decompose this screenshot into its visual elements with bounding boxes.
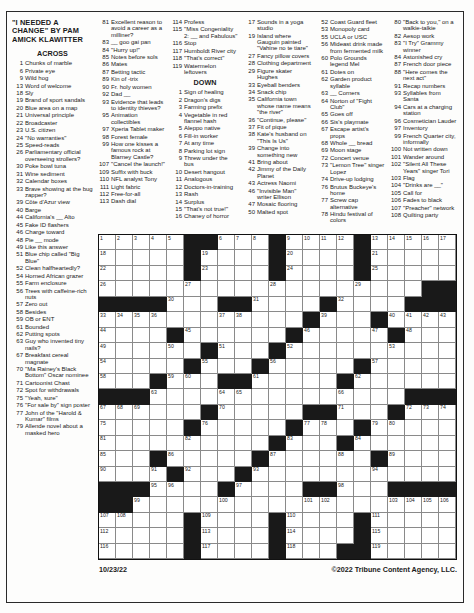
cell-r15c7[interactable] [201, 451, 218, 466]
cell-r13c7[interactable]: 76 [201, 420, 218, 435]
cell-r13c1[interactable]: 75 [99, 420, 116, 435]
cell-r12c21[interactable]: 74 [439, 405, 456, 420]
cell-r19c18[interactable] [388, 513, 405, 528]
cell-r20c9[interactable] [235, 528, 252, 543]
cell-r10c7[interactable] [201, 374, 218, 389]
cell-r8c3[interactable] [133, 343, 150, 358]
cell-r19c4[interactable] [150, 513, 167, 528]
cell-r1c12[interactable]: 9 [286, 235, 303, 250]
cell-r9c15[interactable] [337, 359, 354, 374]
cell-r17c12[interactable] [286, 482, 303, 497]
cell-r11c10[interactable] [252, 389, 269, 404]
cell-r7c8[interactable] [218, 328, 235, 343]
cell-r11c18[interactable] [388, 389, 405, 404]
cell-r17c10[interactable] [252, 482, 269, 497]
cell-r19c1[interactable]: 107 [99, 513, 116, 528]
cell-r8c15[interactable] [337, 343, 354, 358]
cell-r5c17[interactable] [371, 297, 388, 312]
cell-r7c21[interactable] [439, 328, 456, 343]
cell-r7c16[interactable] [354, 328, 371, 343]
cell-r21c17[interactable]: 119 [371, 544, 388, 559]
cell-r19c20[interactable] [422, 513, 439, 528]
cell-r4c15[interactable] [337, 281, 354, 296]
cell-r9c7[interactable]: 55 [201, 359, 218, 374]
cell-r7c6[interactable]: 45 [184, 328, 201, 343]
cell-r10c20[interactable] [422, 374, 439, 389]
cell-r3c18[interactable] [388, 266, 405, 281]
cell-r7c15[interactable] [337, 328, 354, 343]
cell-r16c13[interactable] [303, 467, 320, 482]
cell-r4c10[interactable] [252, 281, 269, 296]
cell-r10c16[interactable]: 62 [354, 374, 371, 389]
cell-r5c5[interactable]: 30 [167, 297, 184, 312]
cell-r10c12[interactable] [286, 374, 303, 389]
cell-r18c17[interactable] [371, 497, 388, 512]
cell-r12c4[interactable] [150, 405, 167, 420]
cell-r13c15[interactable] [337, 420, 354, 435]
cell-r6c10[interactable] [252, 312, 269, 327]
cell-r4c3[interactable] [133, 281, 150, 296]
cell-r8c2[interactable] [116, 343, 133, 358]
cell-r16c2[interactable] [116, 467, 133, 482]
cell-r14c8[interactable] [218, 436, 235, 451]
cell-r6c15[interactable] [337, 312, 354, 327]
cell-r8c8[interactable]: 51 [218, 343, 235, 358]
cell-r2c15[interactable] [337, 250, 354, 265]
cell-r8c21[interactable] [439, 343, 456, 358]
cell-r8c6[interactable] [184, 343, 201, 358]
cell-r20c10[interactable] [252, 528, 269, 543]
cell-r15c1[interactable]: 85 [99, 451, 116, 466]
cell-r20c12[interactable]: 114 [286, 528, 303, 543]
cell-r18c13[interactable]: 101 [303, 497, 320, 512]
cell-r14c5[interactable] [167, 436, 184, 451]
cell-r11c8[interactable]: 64 [218, 389, 235, 404]
cell-r18c8[interactable]: 100 [218, 497, 235, 512]
cell-r8c9[interactable] [235, 343, 252, 358]
cell-r16c15[interactable] [337, 467, 354, 482]
cell-r2c17[interactable]: 21 [371, 250, 388, 265]
cell-r6c5[interactable] [167, 312, 184, 327]
cell-r3c17[interactable]: 25 [371, 266, 388, 281]
cell-r12c17[interactable] [371, 405, 388, 420]
cell-r21c8[interactable] [218, 544, 235, 559]
cell-r7c1[interactable]: 44 [99, 328, 116, 343]
cell-r2c2[interactable] [116, 250, 133, 265]
cell-r13c4[interactable] [150, 420, 167, 435]
cell-r4c2[interactable] [116, 281, 133, 296]
cell-r18c6[interactable] [184, 497, 201, 512]
cell-r10c13[interactable] [303, 374, 320, 389]
cell-r16c18[interactable] [388, 467, 405, 482]
cell-r14c17[interactable] [371, 436, 388, 451]
cell-r14c3[interactable] [133, 436, 150, 451]
cell-r12c1[interactable]: 67 [99, 405, 116, 420]
cell-r19c21[interactable] [439, 513, 456, 528]
cell-r14c1[interactable]: 81 [99, 436, 116, 451]
cell-r9c4[interactable] [150, 359, 167, 374]
cell-r12c16[interactable] [354, 405, 371, 420]
cell-r7c2[interactable] [116, 328, 133, 343]
cell-r13c20[interactable] [422, 420, 439, 435]
cell-r13c21[interactable] [439, 420, 456, 435]
cell-r21c7[interactable]: 117 [201, 544, 218, 559]
cell-r2c20[interactable] [422, 250, 439, 265]
cell-r11c16[interactable] [354, 389, 371, 404]
cell-r21c9[interactable] [235, 544, 252, 559]
cell-r19c9[interactable] [235, 513, 252, 528]
cell-r6c7[interactable] [201, 312, 218, 327]
cell-r18c16[interactable] [354, 497, 371, 512]
cell-r15c20[interactable] [422, 451, 439, 466]
cell-r16c14[interactable] [320, 467, 337, 482]
cell-r17c7[interactable] [201, 482, 218, 497]
cell-r3c4[interactable] [150, 266, 167, 281]
cell-r20c7[interactable]: 113 [201, 528, 218, 543]
cell-r8c12[interactable]: 52 [286, 343, 303, 358]
cell-r5c10[interactable]: 31 [252, 297, 269, 312]
cell-r14c6[interactable]: 82 [184, 436, 201, 451]
cell-r17c9[interactable]: 97 [235, 482, 252, 497]
cell-r13c17[interactable]: 79 [371, 420, 388, 435]
cell-r15c14[interactable] [320, 451, 337, 466]
cell-r21c3[interactable] [133, 544, 150, 559]
cell-r12c8[interactable]: 70 [218, 405, 235, 420]
cell-r1c9[interactable]: 7 [235, 235, 252, 250]
cell-r21c13[interactable] [303, 544, 320, 559]
cell-r6c8[interactable]: 37 [218, 312, 235, 327]
cell-r2c10[interactable] [252, 250, 269, 265]
cell-r20c17[interactable]: 115 [371, 528, 388, 543]
cell-r11c9[interactable]: 65 [235, 389, 252, 404]
cell-r17c16[interactable] [354, 482, 371, 497]
cell-r18c12[interactable] [286, 497, 303, 512]
cell-r20c4[interactable] [150, 528, 167, 543]
cell-r2c9[interactable] [235, 250, 252, 265]
cell-r19c13[interactable] [303, 513, 320, 528]
cell-r2c7[interactable]: 19 [201, 250, 218, 265]
cell-r16c8[interactable] [218, 467, 235, 482]
cell-r12c10[interactable] [252, 405, 269, 420]
cell-r3c5[interactable] [167, 266, 184, 281]
cell-r2c12[interactable]: 20 [286, 250, 303, 265]
cell-r16c19[interactable] [405, 467, 422, 482]
cell-r7c4[interactable] [150, 328, 167, 343]
cell-r4c11[interactable]: 28 [269, 281, 286, 296]
cell-r21c2[interactable] [116, 544, 133, 559]
cell-r14c14[interactable] [320, 436, 337, 451]
cell-r4c12[interactable] [286, 281, 303, 296]
cell-r14c16[interactable]: 84 [354, 436, 371, 451]
cell-r20c8[interactable] [218, 528, 235, 543]
cell-r21c10[interactable] [252, 544, 269, 559]
cell-r9c17[interactable]: 57 [371, 359, 388, 374]
cell-r20c21[interactable] [439, 528, 456, 543]
cell-r12c20[interactable]: 73 [422, 405, 439, 420]
cell-r6c6[interactable] [184, 312, 201, 327]
cell-r8c20[interactable] [422, 343, 439, 358]
cell-r20c14[interactable] [320, 528, 337, 543]
cell-r15c11[interactable]: 87 [269, 451, 286, 466]
cell-r11c17[interactable] [371, 389, 388, 404]
cell-r20c20[interactable] [422, 528, 439, 543]
cell-r14c9[interactable] [235, 436, 252, 451]
cell-r19c14[interactable] [320, 513, 337, 528]
cell-r7c3[interactable] [133, 328, 150, 343]
cell-r19c12[interactable]: 110 [286, 513, 303, 528]
cell-r13c10[interactable] [252, 420, 269, 435]
cell-r2c3[interactable] [133, 250, 150, 265]
cell-r15c18[interactable]: 89 [388, 451, 405, 466]
cell-r12c2[interactable]: 68 [116, 405, 133, 420]
cell-r18c10[interactable] [252, 497, 269, 512]
cell-r6c21[interactable]: 43 [439, 312, 456, 327]
cell-r20c3[interactable] [133, 528, 150, 543]
cell-r6c19[interactable]: 41 [405, 312, 422, 327]
cell-r21c5[interactable] [167, 544, 184, 559]
cell-r14c13[interactable] [303, 436, 320, 451]
cell-r10c3[interactable] [133, 374, 150, 389]
cell-r6c3[interactable]: 35 [133, 312, 150, 327]
cell-r4c14[interactable] [320, 281, 337, 296]
cell-r16c20[interactable] [422, 467, 439, 482]
cell-r1c8[interactable]: 6 [218, 235, 235, 250]
cell-r8c13[interactable] [303, 343, 320, 358]
cell-r4c4[interactable] [150, 281, 167, 296]
cell-r1c21[interactable]: 17 [439, 235, 456, 250]
cell-r2c18[interactable] [388, 250, 405, 265]
cell-r18c7[interactable] [201, 497, 218, 512]
cell-r13c2[interactable] [116, 420, 133, 435]
cell-r4c19[interactable] [405, 281, 422, 296]
cell-r8c16[interactable] [354, 343, 371, 358]
cell-r11c14[interactable] [320, 389, 337, 404]
cell-r2c19[interactable] [405, 250, 422, 265]
cell-r16c6[interactable]: 92 [184, 467, 201, 482]
cell-r1c5[interactable]: 5 [167, 235, 184, 250]
cell-r19c19[interactable] [405, 513, 422, 528]
cell-r13c19[interactable] [405, 420, 422, 435]
cell-r3c21[interactable] [439, 266, 456, 281]
cell-r11c11[interactable] [269, 389, 286, 404]
cell-r3c13[interactable] [303, 266, 320, 281]
cell-r11c4[interactable]: 63 [150, 389, 167, 404]
cell-r20c2[interactable] [116, 528, 133, 543]
cell-r21c19[interactable] [405, 544, 422, 559]
cell-r1c19[interactable]: 15 [405, 235, 422, 250]
cell-r15c3[interactable] [133, 451, 150, 466]
cell-r10c10[interactable]: 61 [252, 374, 269, 389]
cell-r16c16[interactable] [354, 467, 371, 482]
cell-r21c1[interactable]: 116 [99, 544, 116, 559]
cell-r16c10[interactable]: 93 [252, 467, 269, 482]
cell-r9c5[interactable] [167, 359, 184, 374]
cell-r6c11[interactable] [269, 312, 286, 327]
cell-r18c18[interactable]: 103 [388, 497, 405, 512]
cell-r15c15[interactable]: 88 [337, 451, 354, 466]
cell-r2c1[interactable]: 18 [99, 250, 116, 265]
cell-r15c13[interactable] [303, 451, 320, 466]
cell-r6c14[interactable]: 39 [320, 312, 337, 327]
cell-r21c14[interactable] [320, 544, 337, 559]
cell-r12c3[interactable]: 69 [133, 405, 150, 420]
cell-r5c15[interactable]: 32 [337, 297, 354, 312]
cell-r7c19[interactable]: 48 [405, 328, 422, 343]
cell-r17c11[interactable] [269, 482, 286, 497]
cell-r10c18[interactable] [388, 374, 405, 389]
cell-r10c2[interactable] [116, 374, 133, 389]
cell-r19c15[interactable] [337, 513, 354, 528]
cell-r9c11[interactable]: 56 [269, 359, 286, 374]
cell-r11c6[interactable] [184, 389, 201, 404]
cell-r21c20[interactable] [422, 544, 439, 559]
cell-r4c9[interactable] [235, 281, 252, 296]
cell-r18c11[interactable] [269, 497, 286, 512]
cell-r5c16[interactable] [354, 297, 371, 312]
cell-r16c7[interactable] [201, 467, 218, 482]
cell-r3c12[interactable]: 24 [286, 266, 303, 281]
cell-r6c16[interactable] [354, 312, 371, 327]
cell-r3c15[interactable] [337, 266, 354, 281]
cell-r3c7[interactable]: 23 [201, 266, 218, 281]
cell-r17c15[interactable]: 98 [337, 482, 354, 497]
cell-r16c12[interactable] [286, 467, 303, 482]
cell-r6c4[interactable]: 36 [150, 312, 167, 327]
cell-r11c15[interactable]: 66 [337, 389, 354, 404]
cell-r16c3[interactable] [133, 467, 150, 482]
cell-r11c7[interactable] [201, 389, 218, 404]
cell-r15c19[interactable] [405, 451, 422, 466]
cell-r11c5[interactable] [167, 389, 184, 404]
cell-r4c16[interactable]: 29 [354, 281, 371, 296]
cell-r6c1[interactable]: 33 [99, 312, 116, 327]
cell-r3c20[interactable] [422, 266, 439, 281]
cell-r7c9[interactable] [235, 328, 252, 343]
cell-r14c4[interactable] [150, 436, 167, 451]
cell-r17c17[interactable] [371, 482, 388, 497]
cell-r14c2[interactable] [116, 436, 133, 451]
cell-r2c14[interactable] [320, 250, 337, 265]
cell-r15c9[interactable] [235, 451, 252, 466]
cell-r2c4[interactable] [150, 250, 167, 265]
cell-r3c3[interactable] [133, 266, 150, 281]
cell-r20c15[interactable] [337, 528, 354, 543]
cell-r1c13[interactable]: 10 [303, 235, 320, 250]
cell-r9c21[interactable] [439, 359, 456, 374]
cell-r1c3[interactable]: 3 [133, 235, 150, 250]
cell-r10c14[interactable] [320, 374, 337, 389]
cell-r8c5[interactable]: 50 [167, 343, 184, 358]
cell-r16c1[interactable]: 90 [99, 467, 116, 482]
cell-r18c9[interactable] [235, 497, 252, 512]
cell-r2c13[interactable] [303, 250, 320, 265]
cell-r12c5[interactable] [167, 405, 184, 420]
cell-r16c11[interactable] [269, 467, 286, 482]
cell-r8c18[interactable]: 53 [388, 343, 405, 358]
cell-r21c12[interactable]: 118 [286, 544, 303, 559]
cell-r1c18[interactable]: 14 [388, 235, 405, 250]
cell-r9c20[interactable] [422, 359, 439, 374]
cell-r17c4[interactable]: 95 [150, 482, 167, 497]
cell-r7c13[interactable]: 46 [303, 328, 320, 343]
cell-r5c12[interactable] [286, 297, 303, 312]
cell-r9c19[interactable] [405, 359, 422, 374]
cell-r4c6[interactable]: 27 [184, 281, 201, 296]
cell-r1c4[interactable]: 4 [150, 235, 167, 250]
cell-r8c4[interactable] [150, 343, 167, 358]
cell-r15c21[interactable] [439, 451, 456, 466]
cell-r8c1[interactable]: 49 [99, 343, 116, 358]
cell-r14c20[interactable] [422, 436, 439, 451]
cell-r8c17[interactable] [371, 343, 388, 358]
cell-r4c17[interactable] [371, 281, 388, 296]
cell-r18c20[interactable]: 105 [422, 497, 439, 512]
cell-r15c5[interactable]: 86 [167, 451, 184, 466]
cell-r12c9[interactable] [235, 405, 252, 420]
cell-r7c20[interactable] [422, 328, 439, 343]
cell-r16c4[interactable]: 91 [150, 467, 167, 482]
cell-r14c12[interactable]: 83 [286, 436, 303, 451]
cell-r4c1[interactable]: 26 [99, 281, 116, 296]
cell-r13c8[interactable] [218, 420, 235, 435]
cell-r14c10[interactable] [252, 436, 269, 451]
cell-r13c11[interactable] [269, 420, 286, 435]
cell-r9c2[interactable] [116, 359, 133, 374]
cell-r2c21[interactable] [439, 250, 456, 265]
cell-r2c8[interactable] [218, 250, 235, 265]
cell-r19c10[interactable] [252, 513, 269, 528]
cell-r16c17[interactable]: 94 [371, 467, 388, 482]
cell-r10c21[interactable] [439, 374, 456, 389]
cell-r12c6[interactable] [184, 405, 201, 420]
cell-r3c1[interactable]: 22 [99, 266, 116, 281]
cell-r10c6[interactable]: 60 [184, 374, 201, 389]
cell-r4c13[interactable] [303, 281, 320, 296]
cell-r7c14[interactable] [320, 328, 337, 343]
cell-r19c17[interactable]: 111 [371, 513, 388, 528]
cell-r10c1[interactable]: 58 [99, 374, 116, 389]
cell-r7c7[interactable] [201, 328, 218, 343]
cell-r12c12[interactable] [286, 405, 303, 420]
cell-r13c13[interactable]: 77 [303, 420, 320, 435]
cell-r6c2[interactable]: 34 [116, 312, 133, 327]
cell-r20c13[interactable] [303, 528, 320, 543]
cell-r4c8[interactable] [218, 281, 235, 296]
cell-r9c9[interactable] [235, 359, 252, 374]
cell-r13c5[interactable] [167, 420, 184, 435]
cell-r14c21[interactable] [439, 436, 456, 451]
cell-r9c3[interactable] [133, 359, 150, 374]
cell-r7c17[interactable]: 47 [371, 328, 388, 343]
cell-r5c13[interactable] [303, 297, 320, 312]
cell-r5c18[interactable] [388, 297, 405, 312]
cell-r2c5[interactable] [167, 250, 184, 265]
cell-r19c2[interactable]: 108 [116, 513, 133, 528]
cell-r20c5[interactable] [167, 528, 184, 543]
cell-r18c5[interactable] [167, 497, 184, 512]
cell-r6c20[interactable]: 42 [422, 312, 439, 327]
cell-r12c19[interactable]: 72 [405, 405, 422, 420]
cell-r13c18[interactable]: 80 [388, 420, 405, 435]
cell-r3c10[interactable] [252, 266, 269, 281]
cell-r21c4[interactable] [150, 544, 167, 559]
cell-r9c14[interactable] [320, 359, 337, 374]
cell-r10c17[interactable] [371, 374, 388, 389]
cell-r9c1[interactable]: 54 [99, 359, 116, 374]
cell-r15c6[interactable] [184, 451, 201, 466]
cell-r19c8[interactable] [218, 513, 235, 528]
cell-r6c9[interactable]: 38 [235, 312, 252, 327]
